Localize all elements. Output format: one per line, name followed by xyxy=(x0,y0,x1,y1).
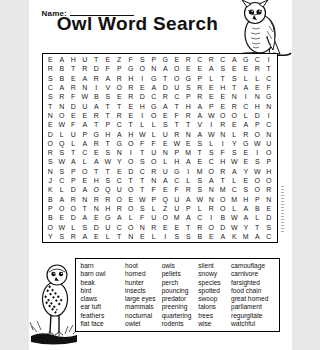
grid-cell: A xyxy=(114,129,126,138)
grid-cell: F xyxy=(171,111,183,120)
grid-cell: P xyxy=(102,120,114,129)
grid-cell: G xyxy=(91,129,103,138)
grid-cell: C xyxy=(263,120,275,129)
word-list: barnbarn owlbeakbirdclawsear tuftfeather… xyxy=(75,258,280,332)
grid-cell: O xyxy=(79,167,91,176)
word-list-item: horned xyxy=(125,270,162,278)
grid-cell: E xyxy=(137,83,149,92)
grid-cell: W xyxy=(137,129,149,138)
grid-cell: L xyxy=(240,74,252,83)
grid-cell: L xyxy=(148,204,160,213)
grid-cell: D xyxy=(137,92,149,101)
grid-cell: H xyxy=(263,167,275,176)
grid-cell: C xyxy=(194,213,206,222)
grid-cell: R xyxy=(102,195,114,204)
grid-cell: E xyxy=(79,176,91,185)
grid-cell: S xyxy=(160,120,172,129)
grid-cell: E xyxy=(125,111,137,120)
grid-cell: E xyxy=(240,176,252,185)
grid-cell: R xyxy=(160,92,172,101)
word-list-item: spotted xyxy=(198,287,231,295)
grid-cell: A xyxy=(79,213,91,222)
grid-cell: I xyxy=(137,111,149,120)
grid-cell: U xyxy=(171,195,183,204)
grid-cell: R xyxy=(183,111,195,120)
grid-cell: T xyxy=(68,64,80,73)
copyright-fine-print xyxy=(281,186,284,232)
grid-cell: P xyxy=(114,64,126,73)
grid-cell: O xyxy=(171,74,183,83)
grid-cell: I xyxy=(240,92,252,101)
grid-cell: P xyxy=(252,195,264,204)
grid-cell: L xyxy=(148,129,160,138)
grid-cell: L xyxy=(68,222,80,231)
grid-cell: O xyxy=(125,204,137,213)
grid-cell: C xyxy=(171,92,183,101)
grid-cell: C xyxy=(114,222,126,231)
grid-cell: O xyxy=(68,204,80,213)
grid-cell: E xyxy=(137,232,149,241)
grid-cell: I xyxy=(160,232,172,241)
grid-cell: H xyxy=(91,176,103,185)
grid-cell: A xyxy=(183,195,195,204)
grid-cell: T xyxy=(137,185,149,194)
grid-cell: R xyxy=(45,64,57,73)
word-list-item: hoot xyxy=(125,262,162,270)
grid-cell: E xyxy=(160,222,172,231)
grid-cell: D xyxy=(68,102,80,111)
grid-cell: E xyxy=(229,120,241,129)
word-list-item: perch xyxy=(162,279,199,287)
grid-cell: A xyxy=(56,55,68,64)
grid-cell: C xyxy=(194,55,206,64)
grid-cell: E xyxy=(114,167,126,176)
grid-cell: U xyxy=(79,55,91,64)
grid-cell: O xyxy=(263,176,275,185)
word-list-item: rodents xyxy=(162,320,199,328)
grid-cell: O xyxy=(91,185,103,194)
grid-cell: S xyxy=(79,222,91,231)
grid-cell: R xyxy=(91,195,103,204)
grid-cell: C xyxy=(171,176,183,185)
grid-cell: S xyxy=(102,92,114,101)
grid-cell: N xyxy=(217,129,229,138)
word-list-column: hoothornedhunterinsectslarge eyesmammals… xyxy=(125,262,162,328)
grid-cell: F xyxy=(102,64,114,73)
grid-cell: N xyxy=(91,204,103,213)
grid-cell: R xyxy=(148,222,160,231)
grid-cell: O xyxy=(206,222,218,231)
grid-cell: G xyxy=(148,102,160,111)
grid-cell: U xyxy=(171,204,183,213)
grid-cell: G xyxy=(148,74,160,83)
grid-cell: S xyxy=(171,232,183,241)
grid-cell: L xyxy=(206,74,218,83)
grid-cell: C xyxy=(114,176,126,185)
grid-cell: N xyxy=(148,64,160,73)
grid-cell: U xyxy=(171,83,183,92)
page-title: Owl Word Search xyxy=(29,13,247,35)
grid-cell: T xyxy=(194,148,206,157)
grid-cell: W xyxy=(252,167,264,176)
grid-cell: N xyxy=(252,92,264,101)
grid-cell: C xyxy=(252,55,264,64)
grid-cell: D xyxy=(91,64,103,73)
grid-cell: S xyxy=(263,222,275,231)
grid-cell: A xyxy=(114,213,126,222)
grid-cell: F xyxy=(137,139,149,148)
grid-cell: R xyxy=(79,64,91,73)
word-list-item: farsighted xyxy=(231,279,279,287)
grid-cell: E xyxy=(91,213,103,222)
worksheet-page: Name: Owl Word Search EAHUTEZFSPGERCRCAG… xyxy=(29,0,292,350)
grid-cell: D xyxy=(217,222,229,231)
grid-cell: P xyxy=(68,167,80,176)
grid-cell: B xyxy=(217,213,229,222)
grid-cell: D xyxy=(252,111,264,120)
grid-cell: D xyxy=(45,129,57,138)
word-list-item: beak xyxy=(81,279,126,287)
grid-cell: F xyxy=(217,148,229,157)
grid-cell: L xyxy=(229,129,241,138)
grid-cell: P xyxy=(148,195,160,204)
grid-cell: A xyxy=(240,204,252,213)
word-list-item: wise xyxy=(198,320,231,328)
grid-cell: E xyxy=(217,92,229,101)
grid-cell: O xyxy=(252,176,264,185)
grid-cell: N xyxy=(45,111,57,120)
grid-cell: S xyxy=(137,55,149,64)
grid-cell: O xyxy=(137,64,149,73)
grid-cell: O xyxy=(125,139,137,148)
grid-cell: K xyxy=(229,232,241,241)
word-list-item: regurgitate xyxy=(231,312,279,320)
grid-cell: S xyxy=(229,74,241,83)
grid-cell: U xyxy=(263,139,275,148)
grid-cell: S xyxy=(194,139,206,148)
grid-cell: H xyxy=(137,102,149,111)
grid-cell: C xyxy=(206,157,218,166)
grid-cell: E xyxy=(171,222,183,231)
grid-cell: H xyxy=(125,74,137,83)
grid-cell: W xyxy=(229,213,241,222)
grid-cell: A xyxy=(79,120,91,129)
grid-cell: E xyxy=(160,185,172,194)
grid-cell: T xyxy=(263,64,275,73)
grid-cell: L xyxy=(148,232,160,241)
grid-cell: H xyxy=(102,129,114,138)
grid-cell: O xyxy=(263,148,275,157)
grid-cell: N xyxy=(183,129,195,138)
word-list-item: barn owl xyxy=(81,270,126,278)
grid-cell: R xyxy=(125,92,137,101)
word-list-item: pellets xyxy=(162,270,199,278)
grid-cell: C xyxy=(240,102,252,111)
grid-cell: W xyxy=(194,195,206,204)
grid-cell: F xyxy=(171,185,183,194)
grid-cell: T xyxy=(217,74,229,83)
grid-cell: O xyxy=(56,204,68,213)
grid-cell: R xyxy=(194,83,206,92)
grid-cell: P xyxy=(206,102,218,111)
grid-cell: E xyxy=(217,102,229,111)
word-list-item: ear tuft xyxy=(81,303,126,311)
grid-cell: E xyxy=(68,74,80,83)
grid-cell: A xyxy=(194,102,206,111)
grid-cell: U xyxy=(148,148,160,157)
grid-cell: P xyxy=(79,129,91,138)
grid-cell: D xyxy=(91,222,103,231)
word-list-item: owls xyxy=(162,262,199,270)
grid-cell: O xyxy=(229,111,241,120)
grid-cell: A xyxy=(91,102,103,111)
grid-cell: T xyxy=(102,102,114,111)
grid-cell: W xyxy=(56,157,68,166)
grid-cell: P xyxy=(252,120,264,129)
grid-cell: F xyxy=(68,120,80,129)
grid-cell: A xyxy=(183,213,195,222)
grid-cell: C xyxy=(45,83,57,92)
grid-cell: A xyxy=(160,64,172,73)
grid-cell: T xyxy=(91,55,103,64)
grid-cell: F xyxy=(68,92,80,101)
grid-cell: T xyxy=(114,232,126,241)
grid-cell: I xyxy=(91,83,103,92)
grid-cell: I xyxy=(252,148,264,157)
grid-cell: C xyxy=(263,74,275,83)
word-list-item: large eyes xyxy=(125,295,162,303)
grid-cell: U xyxy=(114,185,126,194)
grid-cell: H xyxy=(125,129,137,138)
grid-cell: S xyxy=(56,232,68,241)
grid-cell: O xyxy=(114,83,126,92)
grid-cell: E xyxy=(263,204,275,213)
grid-cell: R xyxy=(91,111,103,120)
grid-cell: I xyxy=(125,148,137,157)
grid-cell: M xyxy=(240,232,252,241)
grid-cell: M xyxy=(229,195,241,204)
grid-cell: C xyxy=(56,176,68,185)
grid-cell: A xyxy=(206,64,218,73)
grid-cell: N xyxy=(56,102,68,111)
grid-cell: V xyxy=(102,83,114,92)
grid-cell: Q xyxy=(102,185,114,194)
grid-cell: A xyxy=(240,83,252,92)
grid-cell: M xyxy=(194,167,206,176)
grid-cell: L xyxy=(79,157,91,166)
grid-cell: Z xyxy=(160,204,172,213)
grid-cell: D xyxy=(125,167,137,176)
grid-cell: L xyxy=(125,213,137,222)
grid-cell: A xyxy=(206,176,218,185)
grid-cell: E xyxy=(160,139,172,148)
grid-cell: A xyxy=(160,102,172,111)
grid-cell: A xyxy=(229,167,241,176)
grid-cell: P xyxy=(148,55,160,64)
word-list-item: species xyxy=(198,279,231,287)
word-list-item: bird xyxy=(81,287,126,295)
grid-cell: O xyxy=(206,167,218,176)
grid-cell: E xyxy=(91,148,103,157)
grid-cell: I xyxy=(217,139,229,148)
grid-cell: E xyxy=(229,64,241,73)
word-list-item: silent xyxy=(198,262,231,270)
grid-cell: C xyxy=(263,232,275,241)
grid-cell: R xyxy=(68,232,80,241)
grid-cell: I xyxy=(263,111,275,120)
grid-cell: O xyxy=(148,111,160,120)
grid-cell: W xyxy=(171,139,183,148)
grid-cell: E xyxy=(114,92,126,101)
word-list-column: owlspelletsperchpouncingpredatorpreening… xyxy=(162,262,199,328)
grid-cell: V xyxy=(194,120,206,129)
grid-cell: P xyxy=(68,176,80,185)
grid-cell: O xyxy=(217,111,229,120)
grid-cell: L xyxy=(229,176,241,185)
grid-cell: I xyxy=(206,120,218,129)
grid-cell: S xyxy=(217,64,229,73)
grid-cell: T xyxy=(183,222,195,231)
grid-cell: Y xyxy=(240,167,252,176)
grid-cell: R xyxy=(217,120,229,129)
grid-cell: E xyxy=(125,102,137,111)
grid-cell: A xyxy=(240,120,252,129)
grid-cell: L xyxy=(252,213,264,222)
grid-cell: S xyxy=(229,148,241,157)
grid-cell: W xyxy=(252,139,264,148)
word-list-item: camouflage xyxy=(231,262,279,270)
word-list-item: owlet xyxy=(125,320,162,328)
burrowing-owl-illustration xyxy=(29,252,79,348)
grid-cell: R xyxy=(68,195,80,204)
grid-cell: T xyxy=(79,204,91,213)
grid-cell: A xyxy=(229,55,241,64)
grid-cell: T xyxy=(217,176,229,185)
grid-cell: E xyxy=(240,64,252,73)
grid-cell: E xyxy=(206,83,218,92)
grid-cell: B xyxy=(194,232,206,241)
grid-cell: L xyxy=(56,185,68,194)
grid-cell: B xyxy=(56,74,68,83)
grid-cell: E xyxy=(68,111,80,120)
grid-cell: R xyxy=(56,92,68,101)
grid-cell: L xyxy=(160,157,172,166)
grid-cell: O xyxy=(252,185,264,194)
grid-cell: E xyxy=(56,213,68,222)
grid-cell: P xyxy=(45,204,57,213)
grid-cell: E xyxy=(183,64,195,73)
grid-cell: N xyxy=(263,102,275,111)
grid-cell: Y xyxy=(240,222,252,231)
grid-cell: W xyxy=(229,157,241,166)
grid-cell: S xyxy=(102,176,114,185)
grid-cell: G xyxy=(114,139,126,148)
grid-cell: P xyxy=(183,92,195,101)
grid-cell: E xyxy=(91,232,103,241)
grid-cell: A xyxy=(160,176,172,185)
grid-cell: T xyxy=(160,74,172,83)
word-list-item: trees xyxy=(198,312,231,320)
word-search-grid: EAHUTEZFSPGERCRCAGCIRBTRDFPGONAOEEASEERT… xyxy=(42,53,278,243)
grid-cell: L xyxy=(252,74,264,83)
grid-cell: E xyxy=(79,111,91,120)
word-list-item: nocturnal xyxy=(125,312,162,320)
word-list-item: great horned xyxy=(231,295,279,303)
grid-cell: W xyxy=(229,222,241,231)
grid-cell: H xyxy=(217,157,229,166)
word-list-item: feathers xyxy=(81,312,126,320)
grid-cell: T xyxy=(171,120,183,129)
grid-cell: W xyxy=(206,129,218,138)
grid-cell: D xyxy=(263,213,275,222)
grid-cell: S xyxy=(45,92,57,101)
grid-cell: A xyxy=(68,157,80,166)
word-list-item: quartering xyxy=(162,312,199,320)
grid-cell: T xyxy=(102,111,114,120)
grid-cell: F xyxy=(263,83,275,92)
grid-cell: L xyxy=(148,120,160,129)
grid-cell: E xyxy=(194,157,206,166)
grid-cell: A xyxy=(252,232,264,241)
grid-cell: N xyxy=(263,129,275,138)
grid-cell: O xyxy=(125,185,137,194)
grid-cell: R xyxy=(183,55,195,64)
grid-cell: T xyxy=(183,120,195,129)
grid-cell: G xyxy=(183,74,195,83)
grid-cell: G xyxy=(240,55,252,64)
grid-cell: A xyxy=(91,157,103,166)
grid-cell: F xyxy=(137,213,149,222)
grid-cell: E xyxy=(240,157,252,166)
grid-cell: S xyxy=(56,167,68,176)
grid-cell: E xyxy=(102,55,114,64)
grid-cell: B xyxy=(45,195,57,204)
grid-cell: S xyxy=(137,157,149,166)
grid-cell: A xyxy=(217,232,229,241)
grid-cell: G xyxy=(263,92,275,101)
grid-cell: N xyxy=(206,185,218,194)
word-list-column: camouflagecarnivorefarsightedfood chaing… xyxy=(231,262,279,328)
grid-cell: P xyxy=(171,148,183,157)
grid-cell: N xyxy=(229,92,241,101)
word-list-item: talons xyxy=(198,303,231,311)
grid-cell: F xyxy=(125,55,137,64)
grid-cell: Y xyxy=(229,139,241,148)
grid-cell: A xyxy=(79,185,91,194)
word-list-item: carnivore xyxy=(231,270,279,278)
grid-cell: R xyxy=(91,139,103,148)
word-list-item: parliament xyxy=(231,303,279,311)
grid-cell: E xyxy=(171,55,183,64)
grid-cell: N xyxy=(160,148,172,157)
grid-cell: R xyxy=(229,102,241,111)
grid-cell: W xyxy=(79,92,91,101)
grid-cell: M xyxy=(217,185,229,194)
grid-cell: M xyxy=(183,148,195,157)
grid-cell: C xyxy=(217,55,229,64)
grid-cell: C xyxy=(114,120,126,129)
grid-cell: A xyxy=(56,83,68,92)
grid-cell: S xyxy=(45,157,57,166)
grid-cell: O xyxy=(125,157,137,166)
word-list-item: preening xyxy=(162,303,199,311)
grid-cell: R xyxy=(252,64,264,73)
grid-cell: R xyxy=(114,74,126,83)
grid-cell: E xyxy=(183,139,195,148)
grid-cell: O xyxy=(125,222,137,231)
grid-cell: I xyxy=(263,55,275,64)
grid-cell: C xyxy=(79,148,91,157)
